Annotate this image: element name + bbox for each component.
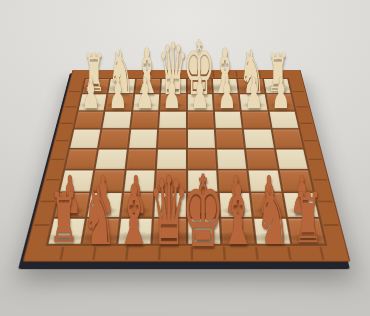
square-b2[interactable] [87,193,121,216]
square-a1[interactable] [48,218,85,243]
square-h6[interactable] [269,111,298,128]
square-g4[interactable] [246,149,277,169]
square-c8[interactable] [134,79,159,94]
board-grid [45,78,327,246]
square-d7[interactable] [160,95,185,111]
square-g6[interactable] [241,111,269,128]
square-h7[interactable] [266,95,294,111]
square-b3[interactable] [92,170,124,191]
square-h2[interactable] [283,193,318,216]
square-a5[interactable] [70,130,100,148]
square-b8[interactable] [108,79,134,94]
square-f3[interactable] [218,170,249,191]
square-b4[interactable] [95,149,126,169]
square-h3[interactable] [279,170,312,191]
square-d5[interactable] [158,130,185,148]
square-f4[interactable] [216,149,246,169]
square-d2[interactable] [154,193,185,216]
square-e8[interactable] [187,79,211,94]
square-e3[interactable] [187,170,217,191]
square-a7[interactable] [78,95,106,111]
square-e4[interactable] [187,149,215,169]
square-g3[interactable] [248,170,280,191]
square-e2[interactable] [187,193,218,216]
square-f7[interactable] [213,95,239,111]
square-b5[interactable] [99,130,128,148]
square-g2[interactable] [251,193,285,216]
square-c6[interactable] [131,111,158,128]
square-c2[interactable] [121,193,153,216]
square-b7[interactable] [105,95,132,111]
square-d1[interactable] [152,218,184,243]
square-e1[interactable] [187,218,219,243]
square-e7[interactable] [187,95,212,111]
square-c7[interactable] [133,95,159,111]
square-d8[interactable] [161,79,185,94]
square-a2[interactable] [54,193,89,216]
square-a4[interactable] [65,149,97,169]
board-frame [22,70,350,262]
square-a6[interactable] [74,111,103,128]
square-e5[interactable] [187,130,214,148]
square-d4[interactable] [157,149,185,169]
square-b1[interactable] [83,218,118,243]
square-f6[interactable] [214,111,241,128]
square-b6[interactable] [102,111,130,128]
chess-board [22,70,350,262]
square-c4[interactable] [126,149,156,169]
photo-backdrop: ♜♞♝♛♚♝♞♜♟♟♟♟♟♟♟♟♟♟♟♟♟♟♟♟♜♞♝♛♚♝♞♜ [0,0,370,316]
square-e6[interactable] [187,111,213,128]
square-a3[interactable] [60,170,93,191]
square-g1[interactable] [254,218,289,243]
square-h1[interactable] [287,218,324,243]
square-a8[interactable] [82,79,109,94]
square-g7[interactable] [240,95,267,111]
square-d3[interactable] [155,170,185,191]
square-d6[interactable] [159,111,185,128]
square-h4[interactable] [275,149,307,169]
square-c3[interactable] [123,170,154,191]
square-f2[interactable] [219,193,251,216]
square-f1[interactable] [220,218,254,243]
square-c1[interactable] [118,218,152,243]
square-h5[interactable] [272,130,302,148]
square-f8[interactable] [212,79,237,94]
square-g8[interactable] [238,79,264,94]
square-h8[interactable] [263,79,290,94]
frame-tile-joints-top [74,71,297,78]
frame-tile-joints-bottom [29,247,344,260]
square-c5[interactable] [128,130,156,148]
square-g5[interactable] [244,130,273,148]
square-f5[interactable] [215,130,243,148]
